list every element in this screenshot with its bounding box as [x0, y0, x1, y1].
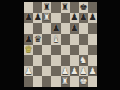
board-square-a6[interactable] [24, 23, 33, 34]
board-square-a3[interactable] [24, 55, 33, 66]
board-square-c1[interactable] [42, 76, 51, 87]
board-square-h1[interactable] [88, 76, 97, 87]
board-square-e2[interactable]: ♟ [61, 66, 70, 77]
white-rook[interactable]: ♜ [42, 13, 51, 24]
board-square-b5[interactable]: ♛ [33, 34, 42, 45]
board-square-d1[interactable] [51, 76, 60, 87]
board-square-b1[interactable] [33, 76, 42, 87]
board-square-d6[interactable]: ♟ [51, 23, 60, 34]
black-pawn[interactable]: ♟ [79, 13, 88, 24]
board-square-g1[interactable]: ♚ [79, 76, 88, 87]
board-square-h6[interactable] [88, 23, 97, 34]
board-square-g4[interactable] [79, 45, 88, 56]
black-pawn[interactable]: ♟ [24, 13, 33, 24]
board-square-e5[interactable] [61, 34, 70, 45]
board-square-e8[interactable]: ♜ [61, 2, 70, 13]
black-rook[interactable]: ♜ [61, 2, 70, 13]
white-pawn[interactable]: ♟ [79, 66, 88, 77]
board-square-a2[interactable]: ♟ [24, 66, 33, 77]
board-square-h3[interactable] [88, 55, 97, 66]
board-square-g6[interactable] [79, 23, 88, 34]
board-square-g7[interactable]: ♟ [79, 13, 88, 24]
board-square-a7[interactable]: ♟ [24, 13, 33, 24]
board-square-f4[interactable] [70, 45, 79, 56]
white-pawn[interactable]: ♟ [88, 66, 97, 77]
chess-app-screen: ♜♜♚♟♟♜♟♟♟♟♟♟♛♝♛♞♟♟♟♟♟♜♚ [0, 0, 120, 90]
board-square-h5[interactable] [88, 34, 97, 45]
board-square-a1[interactable] [24, 76, 33, 87]
board-square-g5[interactable] [79, 34, 88, 45]
board-square-b2[interactable] [33, 66, 42, 77]
black-pawn[interactable]: ♟ [33, 13, 42, 24]
black-queen[interactable]: ♛ [33, 34, 42, 45]
board-square-a4[interactable]: ♛ [24, 45, 33, 56]
board-square-f6[interactable]: ♟ [70, 23, 79, 34]
board-square-b3[interactable] [33, 55, 42, 66]
board-square-f1[interactable] [70, 76, 79, 87]
white-bishop[interactable]: ♝ [51, 34, 60, 45]
black-pawn[interactable]: ♟ [24, 34, 33, 45]
board-square-h2[interactable]: ♟ [88, 66, 97, 77]
white-pawn[interactable]: ♟ [61, 66, 70, 77]
board-square-h7[interactable]: ♟ [88, 13, 97, 24]
white-knight[interactable]: ♞ [79, 55, 88, 66]
board-square-b4[interactable] [33, 45, 42, 56]
board-square-d7[interactable] [51, 13, 60, 24]
black-pawn[interactable]: ♟ [88, 13, 97, 24]
board-square-b6[interactable] [33, 23, 42, 34]
board-square-d3[interactable] [51, 55, 60, 66]
board-square-h4[interactable] [88, 45, 97, 56]
board-square-b7[interactable]: ♟ [33, 13, 42, 24]
board-square-e6[interactable] [61, 23, 70, 34]
board-square-g2[interactable]: ♟ [79, 66, 88, 77]
white-rook[interactable]: ♜ [61, 76, 70, 87]
white-king[interactable]: ♚ [79, 76, 88, 87]
board-square-c3[interactable] [42, 55, 51, 66]
board-square-c2[interactable] [42, 66, 51, 77]
black-pawn[interactable]: ♟ [70, 13, 79, 24]
board-square-g3[interactable]: ♞ [79, 55, 88, 66]
board-square-f3[interactable] [70, 55, 79, 66]
board-square-d2[interactable] [51, 66, 60, 77]
black-pawn[interactable]: ♟ [70, 23, 79, 34]
white-queen[interactable]: ♛ [24, 45, 33, 56]
board-square-c4[interactable] [42, 45, 51, 56]
board-square-c6[interactable] [42, 23, 51, 34]
board-square-a5[interactable]: ♟ [24, 34, 33, 45]
board-square-c7[interactable]: ♜ [42, 13, 51, 24]
board-square-f5[interactable] [70, 34, 79, 45]
board-square-e4[interactable] [61, 45, 70, 56]
white-pawn[interactable]: ♟ [70, 66, 79, 77]
board-square-d4[interactable] [51, 45, 60, 56]
board-square-f2[interactable]: ♟ [70, 66, 79, 77]
board-square-e7[interactable] [61, 13, 70, 24]
board-square-f7[interactable]: ♟ [70, 13, 79, 24]
board-square-e3[interactable] [61, 55, 70, 66]
board-square-d8[interactable] [51, 2, 60, 13]
board-square-d5[interactable]: ♝ [51, 34, 60, 45]
white-pawn[interactable]: ♟ [24, 66, 33, 77]
chess-board: ♜♜♚♟♟♜♟♟♟♟♟♟♛♝♛♞♟♟♟♟♟♜♚ [24, 2, 97, 87]
board-square-c5[interactable] [42, 34, 51, 45]
board-square-e1[interactable]: ♜ [61, 76, 70, 87]
black-pawn[interactable]: ♟ [51, 23, 60, 34]
